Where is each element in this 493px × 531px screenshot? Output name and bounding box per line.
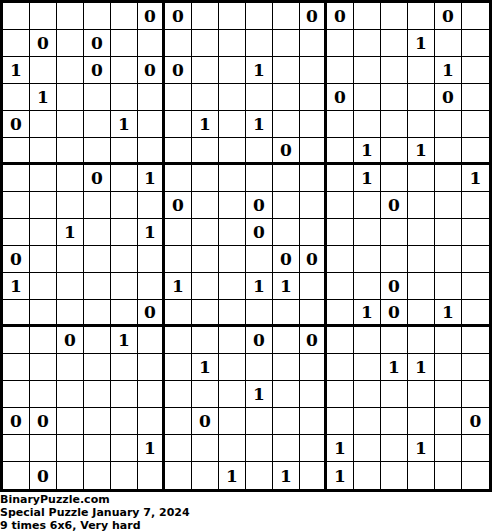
- cell-r12c17-given: 1: [435, 300, 462, 327]
- cell-r16c17[interactable]: [435, 408, 462, 435]
- cell-r4c16[interactable]: [408, 84, 435, 111]
- cell-r13c7[interactable]: [165, 327, 192, 354]
- cell-r11c16[interactable]: [408, 273, 435, 300]
- cell-r8c17[interactable]: [435, 192, 462, 219]
- cell-r17c15[interactable]: [381, 435, 408, 462]
- cell-r5c7[interactable]: [165, 111, 192, 138]
- cell-r15c16[interactable]: [408, 381, 435, 408]
- cell-r13c13[interactable]: [327, 327, 354, 354]
- cell-r6c6[interactable]: [138, 138, 165, 165]
- cell-r11c8[interactable]: [192, 273, 219, 300]
- cell-r7c17[interactable]: [435, 165, 462, 192]
- cell-r10c5[interactable]: [111, 246, 138, 273]
- cell-r16c8-given: 0: [192, 408, 219, 435]
- cell-r2c12[interactable]: [300, 30, 327, 57]
- cell-r15c11[interactable]: [273, 381, 300, 408]
- cell-r14c8-given: 1: [192, 354, 219, 381]
- cell-r12c14-given: 1: [354, 300, 381, 327]
- cell-r11c4[interactable]: [84, 273, 111, 300]
- cell-r13c8[interactable]: [192, 327, 219, 354]
- cell-r8c1[interactable]: [3, 192, 30, 219]
- cell-r1c3[interactable]: [57, 3, 84, 30]
- cell-r17c2[interactable]: [30, 435, 57, 462]
- cell-r2c1[interactable]: [3, 30, 30, 57]
- cell-r14c10[interactable]: [246, 354, 273, 381]
- cell-r9c4[interactable]: [84, 219, 111, 246]
- cell-r2c7[interactable]: [165, 30, 192, 57]
- cell-r7c6-given: 1: [138, 165, 165, 192]
- cell-r14c4[interactable]: [84, 354, 111, 381]
- cell-r5c10-given: 1: [246, 111, 273, 138]
- cell-r11c9[interactable]: [219, 273, 246, 300]
- footer-site: BinaryPuzzle.com: [0, 493, 493, 506]
- cell-r7c3[interactable]: [57, 165, 84, 192]
- cell-r8c18[interactable]: [462, 192, 489, 219]
- cell-r14c7[interactable]: [165, 354, 192, 381]
- cell-r18c14[interactable]: [354, 462, 381, 489]
- cell-r14c13[interactable]: [327, 354, 354, 381]
- cell-r6c7[interactable]: [165, 138, 192, 165]
- cell-r9c10-given: 0: [246, 219, 273, 246]
- cell-r17c17[interactable]: [435, 435, 462, 462]
- cell-r5c1-given: 0: [3, 111, 30, 138]
- cell-r17c12[interactable]: [300, 435, 327, 462]
- cell-r10c6[interactable]: [138, 246, 165, 273]
- cell-r3c13[interactable]: [327, 57, 354, 84]
- cell-r1c15[interactable]: [381, 3, 408, 30]
- cell-r15c4[interactable]: [84, 381, 111, 408]
- cell-r15c15[interactable]: [381, 381, 408, 408]
- cell-r4c5[interactable]: [111, 84, 138, 111]
- cell-r10c15[interactable]: [381, 246, 408, 273]
- cell-r15c9[interactable]: [219, 381, 246, 408]
- cell-r5c5-given: 1: [111, 111, 138, 138]
- cell-r7c7[interactable]: [165, 165, 192, 192]
- cell-r8c11[interactable]: [273, 192, 300, 219]
- cell-r7c11[interactable]: [273, 165, 300, 192]
- cell-r17c5[interactable]: [111, 435, 138, 462]
- cell-r15c17[interactable]: [435, 381, 462, 408]
- cell-r12c4[interactable]: [84, 300, 111, 327]
- cell-r11c14[interactable]: [354, 273, 381, 300]
- footer: BinaryPuzzle.com Special Puzzle January …: [0, 493, 493, 531]
- cell-r15c3[interactable]: [57, 381, 84, 408]
- cell-r17c9[interactable]: [219, 435, 246, 462]
- cell-r13c4[interactable]: [84, 327, 111, 354]
- cell-r14c15-given: 1: [381, 354, 408, 381]
- cell-r13c9[interactable]: [219, 327, 246, 354]
- cell-r12c16[interactable]: [408, 300, 435, 327]
- cell-r9c8[interactable]: [192, 219, 219, 246]
- cell-r16c12[interactable]: [300, 408, 327, 435]
- cell-r1c11[interactable]: [273, 3, 300, 30]
- cell-r8c9[interactable]: [219, 192, 246, 219]
- cell-r2c6[interactable]: [138, 30, 165, 57]
- cell-r3c5[interactable]: [111, 57, 138, 84]
- cell-r7c15[interactable]: [381, 165, 408, 192]
- cell-r3c16[interactable]: [408, 57, 435, 84]
- cell-r5c9[interactable]: [219, 111, 246, 138]
- cell-r18c16[interactable]: [408, 462, 435, 489]
- cell-r8c8[interactable]: [192, 192, 219, 219]
- cell-r10c17[interactable]: [435, 246, 462, 273]
- cell-r17c10[interactable]: [246, 435, 273, 462]
- cell-r8c7-given: 0: [165, 192, 192, 219]
- cell-r3c12[interactable]: [300, 57, 327, 84]
- cell-r3c11[interactable]: [273, 57, 300, 84]
- cell-r4c10[interactable]: [246, 84, 273, 111]
- cell-r8c4[interactable]: [84, 192, 111, 219]
- cell-r9c2[interactable]: [30, 219, 57, 246]
- cell-r14c5[interactable]: [111, 354, 138, 381]
- cell-r3c14[interactable]: [354, 57, 381, 84]
- cell-r2c18[interactable]: [462, 30, 489, 57]
- cell-r2c11[interactable]: [273, 30, 300, 57]
- cell-r4c14[interactable]: [354, 84, 381, 111]
- cell-r8c5[interactable]: [111, 192, 138, 219]
- cell-r3c15[interactable]: [381, 57, 408, 84]
- cell-r17c7[interactable]: [165, 435, 192, 462]
- cell-r8c2[interactable]: [30, 192, 57, 219]
- cell-r18c8[interactable]: [192, 462, 219, 489]
- cell-r15c13[interactable]: [327, 381, 354, 408]
- cell-r18c1[interactable]: [3, 462, 30, 489]
- cell-r6c9[interactable]: [219, 138, 246, 165]
- cell-r18c10[interactable]: [246, 462, 273, 489]
- cell-r3c10-given: 1: [246, 57, 273, 84]
- cell-r11c6[interactable]: [138, 273, 165, 300]
- cell-r1c2[interactable]: [30, 3, 57, 30]
- cell-r16c6[interactable]: [138, 408, 165, 435]
- cell-r6c8[interactable]: [192, 138, 219, 165]
- cell-r8c12[interactable]: [300, 192, 327, 219]
- cell-r16c14[interactable]: [354, 408, 381, 435]
- cell-r16c5[interactable]: [111, 408, 138, 435]
- cell-r1c18[interactable]: [462, 3, 489, 30]
- cell-r9c15[interactable]: [381, 219, 408, 246]
- cell-r13c18[interactable]: [462, 327, 489, 354]
- cell-r1c7-given: 0: [165, 3, 192, 30]
- cell-r12c9[interactable]: [219, 300, 246, 327]
- cell-r18c5[interactable]: [111, 462, 138, 489]
- cell-r18c3[interactable]: [57, 462, 84, 489]
- cell-r15c8[interactable]: [192, 381, 219, 408]
- cell-r11c2[interactable]: [30, 273, 57, 300]
- cell-r9c12[interactable]: [300, 219, 327, 246]
- cell-r6c15[interactable]: [381, 138, 408, 165]
- footer-puzzle-title: Special Puzzle January 7, 2024: [0, 506, 493, 519]
- cell-r17c4[interactable]: [84, 435, 111, 462]
- cell-r14c1[interactable]: [3, 354, 30, 381]
- cell-r4c9[interactable]: [219, 84, 246, 111]
- cell-r6c17[interactable]: [435, 138, 462, 165]
- cell-r11c5[interactable]: [111, 273, 138, 300]
- cell-r4c4[interactable]: [84, 84, 111, 111]
- cell-r6c12[interactable]: [300, 138, 327, 165]
- cell-r5c18[interactable]: [462, 111, 489, 138]
- cell-r13c16[interactable]: [408, 327, 435, 354]
- cell-r16c16[interactable]: [408, 408, 435, 435]
- cell-r17c8[interactable]: [192, 435, 219, 462]
- cell-r7c13[interactable]: [327, 165, 354, 192]
- cell-r9c11[interactable]: [273, 219, 300, 246]
- cell-r6c10[interactable]: [246, 138, 273, 165]
- cell-r8c16[interactable]: [408, 192, 435, 219]
- cell-r9c6-given: 1: [138, 219, 165, 246]
- cell-r12c11[interactable]: [273, 300, 300, 327]
- cell-r7c8[interactable]: [192, 165, 219, 192]
- cell-r7c14-given: 1: [354, 165, 381, 192]
- cell-r1c6-given: 0: [138, 3, 165, 30]
- cell-r4c7[interactable]: [165, 84, 192, 111]
- cell-r8c6[interactable]: [138, 192, 165, 219]
- cell-r12c10[interactable]: [246, 300, 273, 327]
- cell-r14c3[interactable]: [57, 354, 84, 381]
- cell-r11c12[interactable]: [300, 273, 327, 300]
- cell-r1c8[interactable]: [192, 3, 219, 30]
- cell-r13c6[interactable]: [138, 327, 165, 354]
- cell-r7c1[interactable]: [3, 165, 30, 192]
- cell-r11c18[interactable]: [462, 273, 489, 300]
- cell-r12c7[interactable]: [165, 300, 192, 327]
- cell-r9c14[interactable]: [354, 219, 381, 246]
- cell-r9c7[interactable]: [165, 219, 192, 246]
- cell-r5c6[interactable]: [138, 111, 165, 138]
- cell-r11c15-given: 0: [381, 273, 408, 300]
- cell-r18c6[interactable]: [138, 462, 165, 489]
- cell-r14c12[interactable]: [300, 354, 327, 381]
- cell-r12c1[interactable]: [3, 300, 30, 327]
- cell-r5c2[interactable]: [30, 111, 57, 138]
- cell-r16c13[interactable]: [327, 408, 354, 435]
- cell-r10c4[interactable]: [84, 246, 111, 273]
- cell-r3c3[interactable]: [57, 57, 84, 84]
- cell-r13c15[interactable]: [381, 327, 408, 354]
- cell-r5c15[interactable]: [381, 111, 408, 138]
- cell-r5c14[interactable]: [354, 111, 381, 138]
- cell-r4c18[interactable]: [462, 84, 489, 111]
- cell-r8c13[interactable]: [327, 192, 354, 219]
- cell-r1c9[interactable]: [219, 3, 246, 30]
- cell-r12c8[interactable]: [192, 300, 219, 327]
- cell-r7c9[interactable]: [219, 165, 246, 192]
- cell-r6c1[interactable]: [3, 138, 30, 165]
- cell-r13c12-given: 0: [300, 327, 327, 354]
- cell-r1c16[interactable]: [408, 3, 435, 30]
- cell-r17c3[interactable]: [57, 435, 84, 462]
- cell-r4c6[interactable]: [138, 84, 165, 111]
- cell-r12c15-given: 0: [381, 300, 408, 327]
- cell-r9c16[interactable]: [408, 219, 435, 246]
- cell-r17c11[interactable]: [273, 435, 300, 462]
- cell-r7c12[interactable]: [300, 165, 327, 192]
- cell-r12c3[interactable]: [57, 300, 84, 327]
- cell-r11c11-given: 1: [273, 273, 300, 300]
- cell-r10c11-given: 0: [273, 246, 300, 273]
- cell-r4c15[interactable]: [381, 84, 408, 111]
- cell-r2c15[interactable]: [381, 30, 408, 57]
- cell-r4c2-given: 1: [30, 84, 57, 111]
- cell-r9c17[interactable]: [435, 219, 462, 246]
- cell-r10c8[interactable]: [192, 246, 219, 273]
- cell-r15c12[interactable]: [300, 381, 327, 408]
- cell-r9c18[interactable]: [462, 219, 489, 246]
- cell-r2c9[interactable]: [219, 30, 246, 57]
- cell-r11c3[interactable]: [57, 273, 84, 300]
- cell-r16c18-given: 0: [462, 408, 489, 435]
- cell-r2c5[interactable]: [111, 30, 138, 57]
- cell-r10c13[interactable]: [327, 246, 354, 273]
- cell-r3c8[interactable]: [192, 57, 219, 84]
- cell-r9c5[interactable]: [111, 219, 138, 246]
- cell-r7c10[interactable]: [246, 165, 273, 192]
- cell-r10c2[interactable]: [30, 246, 57, 273]
- cell-r4c12[interactable]: [300, 84, 327, 111]
- cell-r4c1[interactable]: [3, 84, 30, 111]
- cell-r13c17[interactable]: [435, 327, 462, 354]
- cell-r15c2[interactable]: [30, 381, 57, 408]
- cell-r10c1-given: 0: [3, 246, 30, 273]
- cell-r18c12[interactable]: [300, 462, 327, 489]
- cell-r16c11[interactable]: [273, 408, 300, 435]
- cell-r12c18[interactable]: [462, 300, 489, 327]
- cell-r4c3[interactable]: [57, 84, 84, 111]
- cell-r1c5[interactable]: [111, 3, 138, 30]
- cell-r5c3[interactable]: [57, 111, 84, 138]
- cell-r4c11[interactable]: [273, 84, 300, 111]
- cell-r7c16[interactable]: [408, 165, 435, 192]
- cell-r1c14[interactable]: [354, 3, 381, 30]
- cell-r8c14[interactable]: [354, 192, 381, 219]
- cell-r9c13[interactable]: [327, 219, 354, 246]
- cell-r16c4[interactable]: [84, 408, 111, 435]
- puzzle-board: 0000000110001110001110110111000110000111…: [0, 0, 492, 492]
- cell-r12c13[interactable]: [327, 300, 354, 327]
- cell-r6c18[interactable]: [462, 138, 489, 165]
- cell-r16c3[interactable]: [57, 408, 84, 435]
- cell-r16c10[interactable]: [246, 408, 273, 435]
- cell-r10c9[interactable]: [219, 246, 246, 273]
- cell-r16c1-given: 0: [3, 408, 30, 435]
- cell-r14c9[interactable]: [219, 354, 246, 381]
- cell-r11c13[interactable]: [327, 273, 354, 300]
- cell-r5c13[interactable]: [327, 111, 354, 138]
- cell-r17c18[interactable]: [462, 435, 489, 462]
- cell-r15c14[interactable]: [354, 381, 381, 408]
- cell-r14c2[interactable]: [30, 354, 57, 381]
- cell-r5c16[interactable]: [408, 111, 435, 138]
- cell-r17c16-given: 1: [408, 435, 435, 462]
- cell-r13c14[interactable]: [354, 327, 381, 354]
- cell-r17c14[interactable]: [354, 435, 381, 462]
- cell-r2c4-given: 0: [84, 30, 111, 57]
- cell-r11c17[interactable]: [435, 273, 462, 300]
- cell-r10c16[interactable]: [408, 246, 435, 273]
- cell-r5c4[interactable]: [84, 111, 111, 138]
- cell-r10c3[interactable]: [57, 246, 84, 273]
- cell-r15c7[interactable]: [165, 381, 192, 408]
- cell-r12c5[interactable]: [111, 300, 138, 327]
- cell-r16c7[interactable]: [165, 408, 192, 435]
- cell-r17c6-given: 1: [138, 435, 165, 462]
- cell-r6c16-given: 1: [408, 138, 435, 165]
- cell-r6c11-given: 0: [273, 138, 300, 165]
- cell-r17c1[interactable]: [3, 435, 30, 462]
- cell-r10c10[interactable]: [246, 246, 273, 273]
- cell-r7c4-given: 0: [84, 165, 111, 192]
- cell-r6c5[interactable]: [111, 138, 138, 165]
- cell-r14c18[interactable]: [462, 354, 489, 381]
- cell-r5c11[interactable]: [273, 111, 300, 138]
- cell-r2c14[interactable]: [354, 30, 381, 57]
- cell-r13c1[interactable]: [3, 327, 30, 354]
- cell-r14c6[interactable]: [138, 354, 165, 381]
- cell-r16c9[interactable]: [219, 408, 246, 435]
- cell-r14c14[interactable]: [354, 354, 381, 381]
- cell-r3c2[interactable]: [30, 57, 57, 84]
- cell-r13c2[interactable]: [30, 327, 57, 354]
- cell-r18c15[interactable]: [381, 462, 408, 489]
- cell-r15c5[interactable]: [111, 381, 138, 408]
- cell-r1c1[interactable]: [3, 3, 30, 30]
- cell-r18c4[interactable]: [84, 462, 111, 489]
- cell-r16c15[interactable]: [381, 408, 408, 435]
- cell-r2c3[interactable]: [57, 30, 84, 57]
- cell-r9c1[interactable]: [3, 219, 30, 246]
- cell-r4c8[interactable]: [192, 84, 219, 111]
- cell-r7c5[interactable]: [111, 165, 138, 192]
- cell-r6c2[interactable]: [30, 138, 57, 165]
- cell-r2c8[interactable]: [192, 30, 219, 57]
- cell-r8c10-given: 0: [246, 192, 273, 219]
- cell-r5c17[interactable]: [435, 111, 462, 138]
- cell-r7c2[interactable]: [30, 165, 57, 192]
- cell-r9c9[interactable]: [219, 219, 246, 246]
- cell-r13c11[interactable]: [273, 327, 300, 354]
- cell-r2c16-given: 1: [408, 30, 435, 57]
- cell-r3c9[interactable]: [219, 57, 246, 84]
- cell-r18c17[interactable]: [435, 462, 462, 489]
- cell-r8c15-given: 0: [381, 192, 408, 219]
- cell-r14c16-given: 1: [408, 354, 435, 381]
- cell-r8c3[interactable]: [57, 192, 84, 219]
- cell-r12c12[interactable]: [300, 300, 327, 327]
- cell-r6c13[interactable]: [327, 138, 354, 165]
- cell-r12c2[interactable]: [30, 300, 57, 327]
- cell-r5c8-given: 1: [192, 111, 219, 138]
- cell-r10c14[interactable]: [354, 246, 381, 273]
- cell-r2c13[interactable]: [327, 30, 354, 57]
- cell-r10c18[interactable]: [462, 246, 489, 273]
- cell-r18c18[interactable]: [462, 462, 489, 489]
- cell-r2c17[interactable]: [435, 30, 462, 57]
- cell-r2c10[interactable]: [246, 30, 273, 57]
- cell-r15c18[interactable]: [462, 381, 489, 408]
- cell-r15c1[interactable]: [3, 381, 30, 408]
- cell-r3c18[interactable]: [462, 57, 489, 84]
- cell-r18c7[interactable]: [165, 462, 192, 489]
- cell-r6c4[interactable]: [84, 138, 111, 165]
- cell-r5c12[interactable]: [300, 111, 327, 138]
- cell-r15c6[interactable]: [138, 381, 165, 408]
- cell-r10c7[interactable]: [165, 246, 192, 273]
- cell-r13c5-given: 1: [111, 327, 138, 354]
- cell-r1c4[interactable]: [84, 3, 111, 30]
- cell-r6c3[interactable]: [57, 138, 84, 165]
- cell-r14c17[interactable]: [435, 354, 462, 381]
- cell-r1c10[interactable]: [246, 3, 273, 30]
- cell-r14c11[interactable]: [273, 354, 300, 381]
